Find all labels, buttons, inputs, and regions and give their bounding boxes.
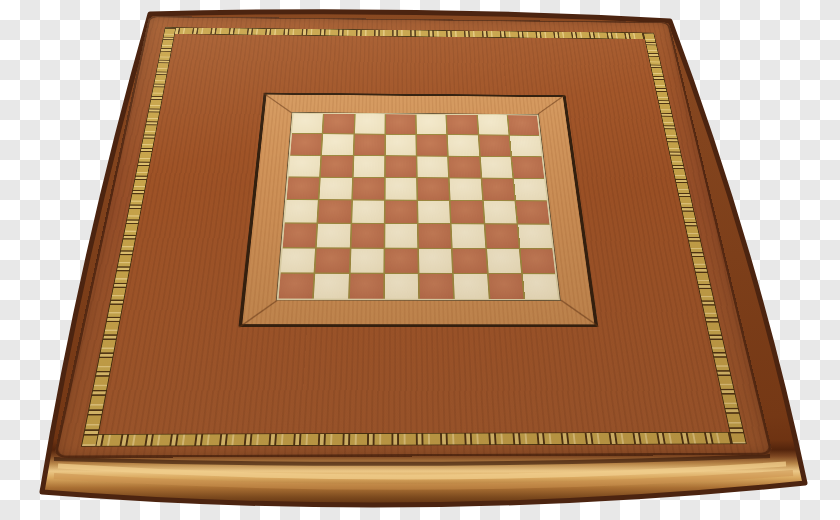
square-b8[interactable] bbox=[323, 114, 353, 134]
square-h5[interactable] bbox=[514, 179, 547, 201]
square-b7[interactable] bbox=[322, 134, 353, 154]
square-a7[interactable] bbox=[290, 134, 321, 154]
chess-board[interactable] bbox=[279, 114, 558, 299]
square-f8[interactable] bbox=[447, 115, 477, 135]
transparency-background bbox=[0, 0, 840, 520]
square-e6[interactable] bbox=[417, 156, 448, 177]
square-e1[interactable] bbox=[419, 274, 453, 299]
square-g3[interactable] bbox=[485, 225, 519, 248]
square-c8[interactable] bbox=[355, 114, 385, 134]
square-a6[interactable] bbox=[289, 155, 321, 176]
square-a2[interactable] bbox=[281, 248, 316, 272]
board-top-face bbox=[53, 16, 773, 458]
square-f2[interactable] bbox=[453, 249, 487, 273]
inlay-band-bottom bbox=[81, 432, 747, 447]
square-b6[interactable] bbox=[321, 156, 352, 177]
square-e7[interactable] bbox=[417, 135, 447, 155]
square-c5[interactable] bbox=[353, 178, 384, 200]
square-g8[interactable] bbox=[478, 115, 509, 135]
square-h7[interactable] bbox=[510, 136, 542, 156]
square-f4[interactable] bbox=[451, 201, 484, 223]
square-g6[interactable] bbox=[480, 157, 512, 178]
square-a3[interactable] bbox=[283, 224, 317, 247]
square-h8[interactable] bbox=[508, 115, 539, 135]
square-d7[interactable] bbox=[386, 135, 416, 155]
square-g2[interactable] bbox=[487, 249, 521, 273]
square-f7[interactable] bbox=[448, 135, 479, 155]
square-f3[interactable] bbox=[452, 224, 485, 247]
square-h4[interactable] bbox=[516, 201, 549, 223]
square-b5[interactable] bbox=[320, 178, 352, 200]
square-c4[interactable] bbox=[352, 200, 384, 222]
square-h3[interactable] bbox=[518, 225, 552, 248]
square-d2[interactable] bbox=[385, 248, 418, 272]
square-f5[interactable] bbox=[450, 178, 482, 200]
square-g4[interactable] bbox=[483, 201, 516, 223]
square-h6[interactable] bbox=[512, 157, 544, 178]
square-c7[interactable] bbox=[354, 135, 384, 155]
square-d4[interactable] bbox=[385, 201, 417, 223]
square-b4[interactable] bbox=[318, 200, 351, 223]
square-d6[interactable] bbox=[386, 156, 417, 177]
square-e4[interactable] bbox=[418, 201, 450, 223]
square-b2[interactable] bbox=[316, 248, 350, 272]
square-f1[interactable] bbox=[454, 274, 488, 299]
square-a4[interactable] bbox=[285, 200, 318, 223]
square-b3[interactable] bbox=[317, 224, 350, 247]
square-c6[interactable] bbox=[353, 156, 384, 177]
square-c3[interactable] bbox=[351, 224, 384, 247]
square-f6[interactable] bbox=[449, 156, 480, 177]
square-b1[interactable] bbox=[314, 274, 348, 299]
square-e2[interactable] bbox=[419, 249, 452, 273]
square-h2[interactable] bbox=[520, 249, 555, 273]
square-g5[interactable] bbox=[482, 179, 514, 201]
square-e5[interactable] bbox=[418, 178, 449, 200]
square-g1[interactable] bbox=[488, 274, 523, 299]
square-a5[interactable] bbox=[287, 177, 320, 199]
square-c1[interactable] bbox=[349, 274, 383, 299]
square-c2[interactable] bbox=[350, 248, 383, 272]
square-d8[interactable] bbox=[386, 114, 416, 134]
square-g7[interactable] bbox=[479, 136, 510, 156]
square-e8[interactable] bbox=[417, 115, 447, 135]
square-d5[interactable] bbox=[385, 178, 416, 200]
square-a8[interactable] bbox=[292, 114, 323, 134]
square-e3[interactable] bbox=[419, 224, 452, 247]
square-h1[interactable] bbox=[523, 274, 558, 299]
square-d3[interactable] bbox=[385, 224, 417, 247]
square-a1[interactable] bbox=[279, 274, 314, 299]
square-d1[interactable] bbox=[385, 274, 418, 299]
